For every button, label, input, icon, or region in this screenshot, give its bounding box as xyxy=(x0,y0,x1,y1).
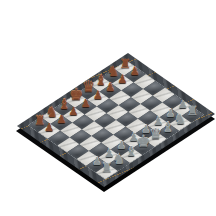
piece-silver-queen: ♛ xyxy=(149,126,162,141)
chess-set-photo: ♜♟♟♜♞♟♟♞♝♟♟♝♛♟♟♛♚♟♟♚♝♟♟♝♞♟♟♞♜♟♟♜ xyxy=(0,0,216,216)
piece-silver-king: ♚ xyxy=(136,133,150,149)
piece-copper-pawn: ♟ xyxy=(105,81,115,92)
chess-board: ♜♟♟♜♞♟♟♞♝♟♟♝♛♟♟♛♚♟♟♚♝♟♟♝♞♟♟♞♜♟♟♜ xyxy=(17,53,215,187)
piece-silver-knight: ♞ xyxy=(113,151,126,165)
piece-silver-rook: ♜ xyxy=(101,160,113,173)
piece-copper-pawn: ♟ xyxy=(69,106,79,117)
piece-silver-knight: ♞ xyxy=(174,111,187,125)
piece-copper-pawn: ♟ xyxy=(130,65,140,76)
piece-silver-bishop: ♝ xyxy=(162,119,175,133)
piece-copper-pawn: ♟ xyxy=(56,114,66,125)
board-squares: ♜♟♟♜♞♟♟♞♝♟♟♝♛♟♟♛♚♟♟♚♝♟♟♝♞♟♟♞♜♟♟♜ xyxy=(29,61,204,179)
piece-copper-pawn: ♟ xyxy=(44,122,54,133)
piece-copper-pawn: ♟ xyxy=(118,73,128,84)
piece-silver-bishop: ♝ xyxy=(125,143,138,157)
piece-silver-rook: ♜ xyxy=(187,104,199,117)
piece-copper-pawn: ♟ xyxy=(93,89,103,100)
piece-copper-pawn: ♟ xyxy=(81,98,91,109)
